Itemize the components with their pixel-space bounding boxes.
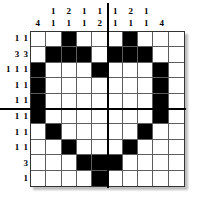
grid-cell-r10c10[interactable]	[169, 171, 184, 186]
grid-cell-r7c6[interactable]	[108, 124, 123, 139]
grid-cell-r1c5[interactable]	[92, 32, 107, 47]
grid-cell-r9c2[interactable]	[46, 155, 61, 170]
grid-cell-r1c8[interactable]	[138, 32, 153, 47]
grid-cell-r9c7[interactable]	[123, 155, 138, 170]
clue-number: 1	[67, 17, 72, 29]
col-clue-5: 12	[92, 3, 108, 29]
clue-number: 1	[82, 17, 87, 29]
clue-number: 1	[144, 5, 149, 17]
grid-cell-r7c8[interactable]	[138, 124, 153, 139]
clue-number: 1	[113, 17, 118, 29]
grid-cell-r1c9[interactable]	[153, 32, 168, 47]
row-clue-9: 3	[0, 156, 28, 172]
grid-cell-r5c9[interactable]	[153, 94, 168, 109]
row-clue-7: 1 1	[0, 125, 28, 141]
grid-cell-r8c1[interactable]	[31, 140, 46, 155]
grid-cell-r8c5[interactable]	[92, 140, 107, 155]
grid-cell-r10c1[interactable]	[31, 171, 46, 186]
grid-cell-r5c1[interactable]	[31, 94, 46, 109]
grid-cell-r4c7[interactable]	[123, 78, 138, 93]
clue-number: 1	[144, 17, 149, 29]
clue-number: 2	[67, 5, 72, 17]
grid-cell-r5c3[interactable]	[62, 94, 77, 109]
grid-cell-r10c8[interactable]	[138, 171, 153, 186]
grid-cell-r4c3[interactable]	[62, 78, 77, 93]
grid-cell-r9c8[interactable]	[138, 155, 153, 170]
grid-cell-r7c5[interactable]	[92, 124, 107, 139]
row-clue-10: 1	[0, 171, 28, 187]
col-clue-9: 4	[154, 3, 170, 29]
grid-cell-r7c1[interactable]	[31, 124, 46, 139]
col-clue-1: 4	[30, 3, 46, 29]
grid-cell-r2c7[interactable]	[123, 47, 138, 62]
grid-cell-r3c9[interactable]	[153, 63, 168, 78]
thick-divider-vertical	[107, 3, 109, 188]
clue-number: 4	[160, 17, 165, 29]
grid-cell-r4c9[interactable]	[153, 78, 168, 93]
clue-number: 1	[113, 5, 118, 17]
grid-cell-r3c3[interactable]	[62, 63, 77, 78]
grid-cell-r5c8[interactable]	[138, 94, 153, 109]
grid-cell-r4c1[interactable]	[31, 78, 46, 93]
grid-cell-r10c3[interactable]	[62, 171, 77, 186]
grid-cell-r8c6[interactable]	[108, 140, 123, 155]
grid-cell-r5c2[interactable]	[46, 94, 61, 109]
grid-cell-r1c4[interactable]	[77, 32, 92, 47]
grid-cell-r4c5[interactable]	[92, 78, 107, 93]
grid-cell-r1c2[interactable]	[46, 32, 61, 47]
col-clue-6: 11	[108, 3, 124, 29]
thick-divider-horizontal	[0, 108, 186, 110]
grid-cell-r8c9[interactable]	[153, 140, 168, 155]
grid-cell-r2c8[interactable]	[138, 47, 153, 62]
grid-cell-r1c1[interactable]	[31, 32, 46, 47]
grid-cell-r6c3[interactable]	[62, 109, 77, 124]
grid-cell-r7c2[interactable]	[46, 124, 61, 139]
col-clue-4: 11	[77, 3, 93, 29]
grid-cell-r1c3[interactable]	[62, 32, 77, 47]
grid-cell-r3c1[interactable]	[31, 63, 46, 78]
grid-cell-r10c6[interactable]	[108, 171, 123, 186]
grid-cell-r4c2[interactable]	[46, 78, 61, 93]
col-clue-3: 21	[61, 3, 77, 29]
clue-number: 2	[129, 5, 134, 17]
grid-cell-r8c2[interactable]	[46, 140, 61, 155]
grid-cell-r8c3[interactable]	[62, 140, 77, 155]
grid-cell-r10c4[interactable]	[77, 171, 92, 186]
grid-cell-r8c8[interactable]	[138, 140, 153, 155]
clue-number: 1	[129, 17, 134, 29]
clue-number: 1	[51, 17, 56, 29]
grid-cell-r6c2[interactable]	[46, 109, 61, 124]
grid-cell-r3c2[interactable]	[46, 63, 61, 78]
grid-cell-r5c5[interactable]	[92, 94, 107, 109]
grid-cell-r2c3[interactable]	[62, 47, 77, 62]
grid-cell-r9c4[interactable]	[77, 155, 92, 170]
grid-cell-r10c7[interactable]	[123, 171, 138, 186]
grid-cell-r6c8[interactable]	[138, 109, 153, 124]
row-clue-5: 1 1	[0, 93, 28, 109]
grid-cell-r5c7[interactable]	[123, 94, 138, 109]
grid-cell-r6c10[interactable]	[169, 109, 184, 124]
grid-cell-r6c9[interactable]	[153, 109, 168, 124]
grid-cell-r2c4[interactable]	[77, 47, 92, 62]
grid-cell-r2c5[interactable]	[92, 47, 107, 62]
grid-cell-r10c2[interactable]	[46, 171, 61, 186]
col-clue-10	[170, 3, 186, 29]
grid-cell-r5c4[interactable]	[77, 94, 92, 109]
grid-cell-r2c6[interactable]	[108, 47, 123, 62]
grid-cell-r9c1[interactable]	[31, 155, 46, 170]
col-clue-8: 11	[139, 3, 155, 29]
grid-cell-r4c4[interactable]	[77, 78, 92, 93]
grid-cell-r10c9[interactable]	[153, 171, 168, 186]
grid-cell-r3c10[interactable]	[169, 63, 184, 78]
grid-cell-r3c7[interactable]	[123, 63, 138, 78]
grid-cell-r3c4[interactable]	[77, 63, 92, 78]
clue-number: 1	[98, 5, 103, 17]
grid-cell-r7c10[interactable]	[169, 124, 184, 139]
grid-cell-r6c5[interactable]	[92, 109, 107, 124]
grid-cell-r2c2[interactable]	[46, 47, 61, 62]
grid-cell-r6c4[interactable]	[77, 109, 92, 124]
row-clue-2: 3 3	[0, 47, 28, 63]
grid-cell-r7c9[interactable]	[153, 124, 168, 139]
grid-cell-r10c5[interactable]	[92, 171, 107, 186]
grid-cell-r3c5[interactable]	[92, 63, 107, 78]
row-clue-1: 1 1	[0, 31, 28, 47]
grid-cell-r7c3[interactable]	[62, 124, 77, 139]
clue-number: 1	[82, 5, 87, 17]
grid-cell-r1c10[interactable]	[169, 32, 184, 47]
grid-cell-r5c6[interactable]	[108, 94, 123, 109]
grid-cell-r9c6[interactable]	[108, 155, 123, 170]
col-clue-2: 11	[46, 3, 62, 29]
row-clue-6: 1 1	[0, 109, 28, 125]
clue-number: 4	[36, 17, 41, 29]
row-clue-8: 1 1	[0, 140, 28, 156]
nonogram-board: 4112111121121114 1 13 31 1 11 11 11 11 1…	[0, 0, 200, 200]
grid-cell-r4c10[interactable]	[169, 78, 184, 93]
grid-cell-r9c3[interactable]	[62, 155, 77, 170]
row-clue-4: 1 1	[0, 78, 28, 94]
grid-cell-r1c7[interactable]	[123, 32, 138, 47]
grid-cell-r2c9[interactable]	[153, 47, 168, 62]
clue-number: 2	[98, 17, 103, 29]
grid-cell-r8c10[interactable]	[169, 140, 184, 155]
grid-cell-r2c1[interactable]	[31, 47, 46, 62]
grid-cell-r6c7[interactable]	[123, 109, 138, 124]
grid-cell-r4c8[interactable]	[138, 78, 153, 93]
grid-cell-r9c9[interactable]	[153, 155, 168, 170]
grid-cell-r3c6[interactable]	[108, 63, 123, 78]
grid-cell-r6c1[interactable]	[31, 109, 46, 124]
grid-cell-r1c6[interactable]	[108, 32, 123, 47]
grid-cell-r4c6[interactable]	[108, 78, 123, 93]
grid-cell-r2c10[interactable]	[169, 47, 184, 62]
grid-cell-r6c6[interactable]	[108, 109, 123, 124]
col-clue-7: 21	[123, 3, 139, 29]
clue-number: 1	[51, 5, 56, 17]
grid-cell-r8c4[interactable]	[77, 140, 92, 155]
grid-cell-r7c7[interactable]	[123, 124, 138, 139]
grid-cell-r9c5[interactable]	[92, 155, 107, 170]
grid-cell-r3c8[interactable]	[138, 63, 153, 78]
grid-cell-r7c4[interactable]	[77, 124, 92, 139]
grid-cell-r9c10[interactable]	[169, 155, 184, 170]
grid-cell-r5c10[interactable]	[169, 94, 184, 109]
row-clue-3: 1 1 1	[0, 62, 28, 78]
grid-cell-r8c7[interactable]	[123, 140, 138, 155]
